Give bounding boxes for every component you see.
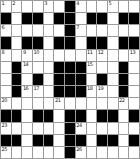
block-cell-r8c12 <box>119 86 129 97</box>
block-cell-r10c2 <box>12 110 22 121</box>
cell-r6c1[interactable] <box>1 62 11 73</box>
block-cell-r2c1 <box>1 13 11 24</box>
cell-r2c8[interactable] <box>76 13 86 24</box>
cell-r1c9[interactable] <box>87 1 97 12</box>
block-cell-r12c5 <box>44 135 54 146</box>
block-cell-r4c7 <box>65 37 75 48</box>
block-cell-r7c6 <box>54 74 64 85</box>
block-cell-r11c7 <box>65 123 75 134</box>
cell-r12c12[interactable] <box>119 135 129 146</box>
cell-r11c3[interactable] <box>22 123 32 134</box>
block-cell-r2c10 <box>97 13 107 24</box>
block-cell-r7c2 <box>12 74 22 85</box>
cell-r13c8[interactable]: 26 <box>76 147 86 158</box>
block-cell-r10c10 <box>97 110 107 121</box>
cell-r3c13[interactable] <box>129 25 139 36</box>
cell-r3c10[interactable] <box>97 25 107 36</box>
block-cell-r4c4 <box>33 37 43 48</box>
block-cell-r8c7 <box>65 86 75 97</box>
block-cell-r4c13 <box>129 37 139 48</box>
cell-r1c13[interactable] <box>129 1 139 12</box>
cell-r13c9[interactable] <box>87 147 97 158</box>
cell-r1c3[interactable] <box>22 1 32 12</box>
cell-r8c3[interactable]: 16 <box>22 86 32 97</box>
cell-r10c12[interactable] <box>119 110 129 121</box>
block-cell-r12c11 <box>108 135 118 146</box>
cell-r1c12[interactable] <box>119 1 129 12</box>
clue-number: 3 <box>44 1 47 6</box>
cell-r1c2[interactable]: 2 <box>12 1 22 12</box>
block-cell-r6c8 <box>76 62 86 73</box>
cell-r1c4[interactable] <box>33 1 43 12</box>
clue-number: 26 <box>76 147 81 152</box>
block-cell-r4c12 <box>119 37 129 48</box>
cell-r6c11[interactable] <box>108 62 118 73</box>
clue-number: 13 <box>130 50 135 55</box>
block-cell-r4c3 <box>22 37 32 48</box>
cell-r5c11[interactable] <box>108 50 118 61</box>
cell-r1c5[interactable]: 3 <box>44 1 54 12</box>
cell-r3c5[interactable] <box>44 25 54 36</box>
block-cell-r7c7 <box>65 74 75 85</box>
block-cell-r8c2 <box>12 86 22 97</box>
block-cell-r6c12 <box>119 62 129 73</box>
block-cell-r10c4 <box>33 110 43 121</box>
cell-r7c9[interactable] <box>87 74 97 85</box>
clue-number: 21 <box>55 98 60 103</box>
cell-r1c1[interactable]: 1 <box>1 1 11 12</box>
cell-r9c9[interactable] <box>87 98 97 109</box>
block-cell-r3c7 <box>65 25 75 36</box>
cell-r3c9[interactable] <box>87 25 97 36</box>
cell-r2c2[interactable] <box>12 13 22 24</box>
cell-r6c13[interactable] <box>129 62 139 73</box>
clue-number: 10 <box>34 50 39 55</box>
cell-r12c9[interactable] <box>87 135 97 146</box>
block-cell-r10c1 <box>1 110 11 121</box>
cell-r10c9[interactable] <box>87 110 97 121</box>
cell-r10c6[interactable] <box>54 110 64 121</box>
block-cell-r2c7 <box>65 13 75 24</box>
block-cell-r12c8 <box>76 135 86 146</box>
cell-r10c3[interactable] <box>22 110 32 121</box>
cell-r11c2[interactable] <box>12 123 22 134</box>
cell-r9c2[interactable] <box>12 98 22 109</box>
cell-r8c9[interactable]: 18 <box>87 86 97 97</box>
cell-r9c3[interactable] <box>22 98 32 109</box>
clue-number: 1 <box>2 1 5 6</box>
cell-r5c13[interactable]: 13 <box>129 50 139 61</box>
cell-r9c13[interactable] <box>129 98 139 109</box>
cell-r9c11[interactable] <box>108 98 118 109</box>
block-cell-r4c9 <box>87 37 97 48</box>
cell-r9c4[interactable] <box>33 98 43 109</box>
clue-number: 15 <box>87 62 92 67</box>
block-cell-r12c1 <box>1 135 11 146</box>
block-cell-r12c2 <box>12 135 22 146</box>
cell-r5c5[interactable] <box>44 50 54 61</box>
cell-r5c10[interactable]: 12 <box>97 50 107 61</box>
clue-number: 23 <box>2 123 7 128</box>
clue-number: 19 <box>98 86 103 91</box>
block-cell-r2c9 <box>87 13 97 24</box>
cell-r12c3[interactable] <box>22 135 32 146</box>
cell-r9c12[interactable]: 22 <box>119 98 129 109</box>
cell-r3c6[interactable] <box>54 25 64 36</box>
block-cell-r2c3 <box>22 13 32 24</box>
block-cell-r13c7 <box>65 147 75 158</box>
cell-r8c10[interactable]: 19 <box>97 86 107 97</box>
block-cell-r10c5 <box>44 110 54 121</box>
block-cell-r12c13 <box>129 135 139 146</box>
block-cell-r7c4 <box>33 74 43 85</box>
cell-r1c11[interactable]: 5 <box>108 1 118 12</box>
cell-r13c12[interactable] <box>119 147 129 158</box>
block-cell-r4c10 <box>97 37 107 48</box>
cell-r13c3[interactable] <box>22 147 32 158</box>
cell-r6c3[interactable]: 14 <box>22 62 32 73</box>
block-cell-r7c12 <box>119 74 129 85</box>
block-cell-r4c6 <box>54 37 64 48</box>
block-cell-r6c6 <box>54 62 64 73</box>
cell-r8c4[interactable]: 17 <box>33 86 43 97</box>
block-cell-r2c13 <box>129 13 139 24</box>
cell-r8c1[interactable] <box>1 86 11 97</box>
cell-r4c11[interactable] <box>108 37 118 48</box>
clue-number: 8 <box>2 50 5 55</box>
crossword-board: 1234567891011121314151617181920212223242… <box>0 0 140 159</box>
cell-r5c7[interactable] <box>65 50 75 61</box>
cell-r3c3[interactable] <box>22 25 32 36</box>
cell-r8c13[interactable] <box>129 86 139 97</box>
cell-r6c10[interactable] <box>97 62 107 73</box>
cell-r12c6[interactable] <box>54 135 64 146</box>
cell-r3c2[interactable] <box>12 25 22 36</box>
cell-r2c5[interactable] <box>44 13 54 24</box>
cell-r5c12[interactable] <box>119 50 129 61</box>
block-cell-r12c10 <box>97 135 107 146</box>
cell-r11c9[interactable] <box>87 123 97 134</box>
cell-r9c5[interactable] <box>44 98 54 109</box>
clue-number: 11 <box>87 50 92 55</box>
cell-r11c8[interactable]: 24 <box>76 123 86 134</box>
cell-r3c11[interactable] <box>108 25 118 36</box>
block-cell-r12c7 <box>65 135 75 146</box>
clue-number: 12 <box>98 50 103 55</box>
clue-number: 18 <box>87 86 92 91</box>
cell-r9c7[interactable] <box>65 98 75 109</box>
cell-r4c5[interactable] <box>44 37 54 48</box>
cell-r5c2[interactable] <box>12 50 22 61</box>
clue-number: 25 <box>2 147 7 152</box>
cell-r13c2[interactable] <box>12 147 22 158</box>
clue-number: 14 <box>23 62 28 67</box>
block-cell-r8c8 <box>76 86 86 97</box>
clue-number: 4 <box>76 1 79 6</box>
block-cell-r8c6 <box>54 86 64 97</box>
block-cell-r10c11 <box>108 110 118 121</box>
clue-number: 24 <box>76 123 81 128</box>
clue-number: 2 <box>12 1 15 6</box>
cell-r5c6[interactable] <box>54 50 64 61</box>
cell-r6c5[interactable] <box>44 62 54 73</box>
cell-r4c8[interactable] <box>76 37 86 48</box>
block-cell-r10c8 <box>76 110 86 121</box>
block-cell-r12c4 <box>33 135 43 146</box>
cell-r4c2[interactable] <box>12 37 22 48</box>
cell-r11c12[interactable] <box>119 123 129 134</box>
cell-r7c1[interactable] <box>1 74 11 85</box>
cell-r6c4[interactable] <box>33 62 43 73</box>
cell-r11c1[interactable]: 23 <box>1 123 11 134</box>
clue-number: 16 <box>23 86 28 91</box>
block-cell-r7c10 <box>97 74 107 85</box>
cell-r8c11[interactable] <box>108 86 118 97</box>
block-cell-r6c7 <box>65 62 75 73</box>
cell-r9c10[interactable] <box>97 98 107 109</box>
cell-r13c13[interactable] <box>129 147 139 158</box>
block-cell-r2c6 <box>54 13 64 24</box>
cell-r11c6[interactable] <box>54 123 64 134</box>
cell-r11c10[interactable] <box>97 123 107 134</box>
cell-r2c11[interactable] <box>108 13 118 24</box>
cell-r9c8[interactable] <box>76 98 86 109</box>
cell-r7c13[interactable] <box>129 74 139 85</box>
clue-number: 7 <box>76 25 79 30</box>
cell-r3c12[interactable] <box>119 25 129 36</box>
cell-r13c5[interactable] <box>44 147 54 158</box>
cell-r7c11[interactable] <box>108 74 118 85</box>
clue-number: 22 <box>119 98 124 103</box>
cell-r5c8[interactable] <box>76 50 86 61</box>
block-cell-r10c13 <box>129 110 139 121</box>
block-cell-r4c1 <box>1 37 11 48</box>
block-cell-r1c7 <box>65 1 75 12</box>
cell-r7c5[interactable] <box>44 74 54 85</box>
cell-r5c9[interactable]: 11 <box>87 50 97 61</box>
cell-r1c10[interactable] <box>97 1 107 12</box>
block-cell-r2c4 <box>33 13 43 24</box>
clue-number: 9 <box>23 50 26 55</box>
cell-r1c8[interactable]: 4 <box>76 1 86 12</box>
cell-r1c6[interactable] <box>54 1 64 12</box>
cell-r9c1[interactable]: 20 <box>1 98 11 109</box>
block-cell-r2c12 <box>119 13 129 24</box>
clue-number: 6 <box>2 25 5 30</box>
block-cell-r7c8 <box>76 74 86 85</box>
cell-r5c1[interactable]: 8 <box>1 50 11 61</box>
clue-number: 20 <box>2 98 7 103</box>
cell-r6c9[interactable]: 15 <box>87 62 97 73</box>
cell-r11c4[interactable] <box>33 123 43 134</box>
block-cell-r10c7 <box>65 110 75 121</box>
cell-r3c8[interactable]: 7 <box>76 25 86 36</box>
cell-r5c4[interactable]: 10 <box>33 50 43 61</box>
cell-r13c10[interactable] <box>97 147 107 158</box>
clue-number: 17 <box>34 86 39 91</box>
cell-r8c5[interactable] <box>44 86 54 97</box>
clue-number: 5 <box>108 1 111 6</box>
cell-r11c13[interactable] <box>129 123 139 134</box>
block-cell-r6c2 <box>12 62 22 73</box>
cell-r13c1[interactable]: 25 <box>1 147 11 158</box>
cell-r7c3[interactable] <box>22 74 32 85</box>
cell-r3c1[interactable]: 6 <box>1 25 11 36</box>
cell-r5c3[interactable]: 9 <box>22 50 32 61</box>
cell-r13c6[interactable] <box>54 147 64 158</box>
cell-r11c11[interactable] <box>108 123 118 134</box>
cell-r11c5[interactable] <box>44 123 54 134</box>
cell-r9c6[interactable]: 21 <box>54 98 64 109</box>
cell-r13c11[interactable] <box>108 147 118 158</box>
cell-r13c4[interactable] <box>33 147 43 158</box>
cell-r3c4[interactable] <box>33 25 43 36</box>
